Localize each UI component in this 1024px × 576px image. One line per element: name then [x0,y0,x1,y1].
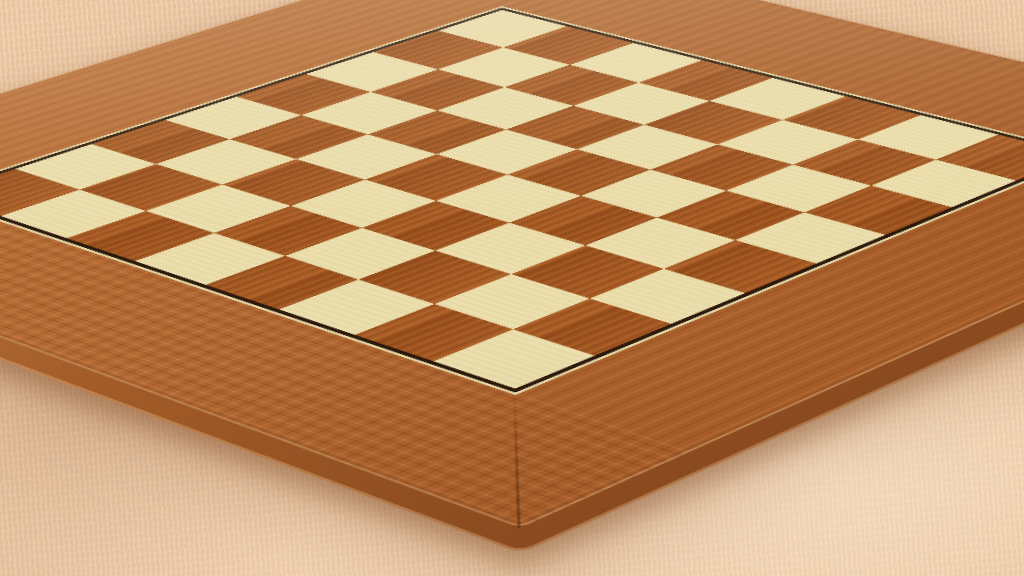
photo-scene [0,0,1024,576]
